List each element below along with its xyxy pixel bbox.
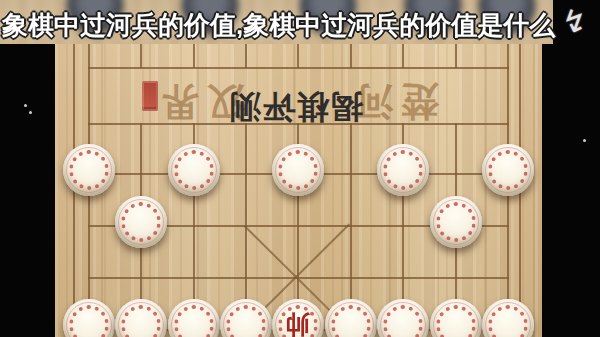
piece-facedown[interactable] [220, 299, 272, 337]
board-line [402, 44, 404, 68]
piece-facedown[interactable] [272, 144, 324, 196]
piece-facedown[interactable] [482, 144, 534, 196]
piece-facedown[interactable] [115, 299, 167, 337]
seal-stamp-icon [142, 81, 158, 111]
board-line [455, 44, 457, 68]
board-line [88, 67, 509, 69]
speck-dot [24, 104, 27, 107]
piece-facedown[interactable] [430, 299, 482, 337]
piece-facedown[interactable] [325, 299, 377, 337]
piece-facedown[interactable] [482, 299, 534, 337]
piece-red-king[interactable]: 帅 [272, 299, 324, 337]
lightning-icon: ↯ [559, 2, 590, 41]
xiangqi-board[interactable]: 汉界 楚河 揭棋评测 帅 [55, 44, 542, 337]
speck-dot [583, 139, 586, 142]
piece-facedown[interactable] [63, 299, 115, 337]
board-line [193, 44, 195, 68]
video-title: 象棋中过河兵的价值,象棋中过河兵的价值是什么 [2, 8, 555, 43]
king-label: 帅 [272, 299, 324, 337]
board-line [297, 44, 299, 68]
piece-facedown[interactable] [377, 144, 429, 196]
piece-facedown[interactable] [168, 144, 220, 196]
channel-watermark: 揭棋评测 [227, 84, 363, 128]
piece-facedown[interactable] [430, 196, 482, 248]
piece-facedown[interactable] [168, 299, 220, 337]
board-line [245, 44, 247, 68]
speck-dot [29, 111, 32, 114]
board-line [350, 44, 352, 68]
piece-facedown[interactable] [377, 299, 429, 337]
video-thumbnail: ↯ 象棋中过河兵的价值,象棋中过河兵的价值是什么 汉界 楚河 揭棋评测 帅 [0, 0, 600, 337]
piece-facedown[interactable] [115, 196, 167, 248]
board-line [140, 44, 142, 68]
piece-facedown[interactable] [63, 144, 115, 196]
